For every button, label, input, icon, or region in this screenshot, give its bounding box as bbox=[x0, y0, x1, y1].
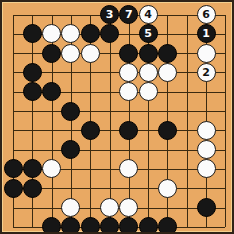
go-stone-white-col11-row3[interactable] bbox=[197, 44, 216, 63]
go-stone-white-col11-row9[interactable] bbox=[197, 159, 216, 178]
go-stone-white-col4-row3[interactable] bbox=[61, 44, 80, 63]
go-stone-black-col6-row2[interactable] bbox=[100, 24, 119, 43]
go-stone-white-col11-row8[interactable] bbox=[197, 140, 216, 159]
grid-line-horizontal-8 bbox=[13, 150, 225, 151]
move-number-label: 3 bbox=[106, 9, 114, 20]
go-stone-black-col3-row12[interactable] bbox=[42, 217, 61, 234]
go-stone-white-col3-row9[interactable] bbox=[42, 159, 61, 178]
go-stone-black-col8-row3[interactable] bbox=[139, 44, 158, 63]
go-stone-white-col8-row1[interactable]: 4 bbox=[139, 5, 158, 24]
move-number-label: 4 bbox=[144, 9, 152, 20]
go-stone-black-col6-row1[interactable]: 3 bbox=[100, 5, 119, 24]
go-stone-white-col11-row7[interactable] bbox=[197, 121, 216, 140]
go-stone-white-col11-row4[interactable]: 2 bbox=[197, 63, 216, 82]
go-stone-black-col2-row5[interactable] bbox=[23, 82, 42, 101]
go-stone-white-col7-row11[interactable] bbox=[119, 198, 138, 217]
go-stone-black-col11-row2[interactable]: 1 bbox=[197, 24, 216, 43]
go-stone-black-col8-row12[interactable] bbox=[139, 217, 158, 234]
go-stone-black-col9-row12[interactable] bbox=[158, 217, 177, 234]
go-stone-white-col8-row5[interactable] bbox=[139, 82, 158, 101]
move-number-label: 5 bbox=[144, 28, 152, 39]
go-stone-black-col5-row12[interactable] bbox=[81, 217, 100, 234]
move-number-label: 7 bbox=[125, 9, 133, 20]
go-stone-black-col9-row7[interactable] bbox=[158, 121, 177, 140]
grid-line-horizontal-10 bbox=[13, 188, 225, 189]
go-stone-black-col5-row7[interactable] bbox=[81, 121, 100, 140]
go-stone-black-col9-row3[interactable] bbox=[158, 44, 177, 63]
go-stone-black-col4-row8[interactable] bbox=[61, 140, 80, 159]
go-stone-white-col4-row11[interactable] bbox=[61, 198, 80, 217]
go-stone-white-col9-row10[interactable] bbox=[158, 179, 177, 198]
go-stone-black-col11-row11[interactable] bbox=[197, 198, 216, 217]
go-stone-black-col2-row4[interactable] bbox=[23, 63, 42, 82]
go-board[interactable]: 3746512 bbox=[0, 0, 234, 234]
go-stone-white-col3-row2[interactable] bbox=[42, 24, 61, 43]
go-stone-black-col1-row10[interactable] bbox=[4, 179, 23, 198]
grid-line-vertical-10 bbox=[187, 15, 188, 227]
go-stone-black-col8-row2[interactable]: 5 bbox=[139, 24, 158, 43]
go-stone-white-col11-row1[interactable]: 6 bbox=[197, 5, 216, 24]
grid-line-vertical-6 bbox=[110, 15, 111, 227]
go-stone-white-col6-row11[interactable] bbox=[100, 198, 119, 217]
go-stone-white-col7-row5[interactable] bbox=[119, 82, 138, 101]
go-stone-white-col5-row3[interactable] bbox=[81, 44, 100, 63]
go-stone-black-col1-row9[interactable] bbox=[4, 159, 23, 178]
go-stone-white-col8-row4[interactable] bbox=[139, 63, 158, 82]
move-number-label: 6 bbox=[202, 9, 210, 20]
go-stone-white-col7-row9[interactable] bbox=[119, 159, 138, 178]
go-stone-white-col7-row4[interactable] bbox=[119, 63, 138, 82]
go-stone-white-col4-row2[interactable] bbox=[61, 24, 80, 43]
move-number-label: 1 bbox=[202, 28, 210, 39]
go-stone-black-col5-row2[interactable] bbox=[81, 24, 100, 43]
go-stone-black-col6-row12[interactable] bbox=[100, 217, 119, 234]
grid-line-vertical-12 bbox=[225, 15, 226, 227]
move-number-label: 2 bbox=[202, 67, 210, 78]
go-stone-black-col3-row3[interactable] bbox=[42, 44, 61, 63]
go-stone-black-col7-row7[interactable] bbox=[119, 121, 138, 140]
go-stone-black-col7-row3[interactable] bbox=[119, 44, 138, 63]
go-stone-black-col2-row9[interactable] bbox=[23, 159, 42, 178]
grid-line-horizontal-6 bbox=[13, 111, 225, 112]
go-stone-white-col9-row4[interactable] bbox=[158, 63, 177, 82]
go-stone-black-col2-row10[interactable] bbox=[23, 179, 42, 198]
go-stone-black-col4-row6[interactable] bbox=[61, 102, 80, 121]
go-stone-black-col3-row5[interactable] bbox=[42, 82, 61, 101]
go-stone-black-col2-row2[interactable] bbox=[23, 24, 42, 43]
go-stone-black-col7-row1[interactable]: 7 bbox=[119, 5, 138, 24]
go-stone-black-col4-row12[interactable] bbox=[61, 217, 80, 234]
go-stone-black-col7-row12[interactable] bbox=[119, 217, 138, 234]
